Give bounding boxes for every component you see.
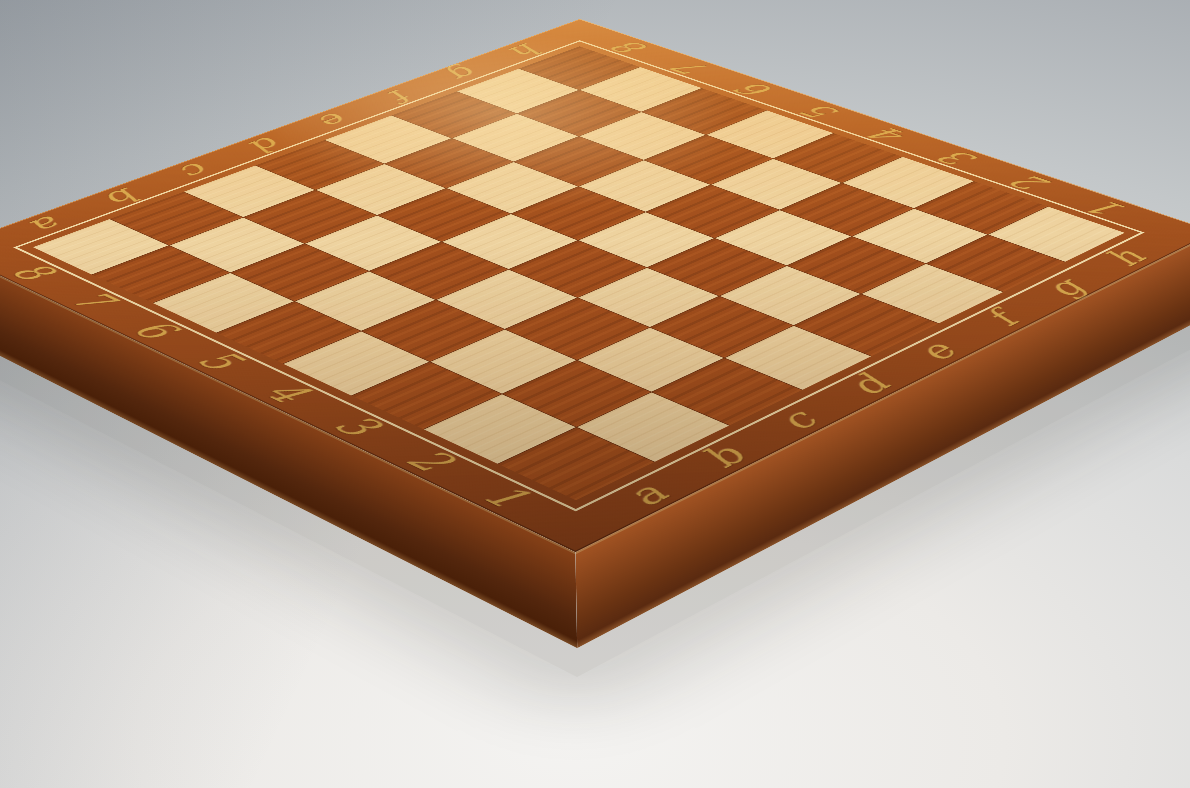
- square-b4: [361, 300, 504, 362]
- square-b2: [502, 360, 651, 427]
- square-f1: [862, 264, 1003, 323]
- square-c3: [506, 298, 649, 360]
- square-c4: [436, 270, 576, 329]
- square-a7: [92, 246, 229, 303]
- studio-backdrop: 87654321 87654321 hgfedcba hgfedcba: [0, 0, 1190, 788]
- square-g1: [927, 235, 1065, 292]
- square-a4: [283, 331, 429, 395]
- square-b6: [231, 244, 369, 301]
- square-a6: [153, 273, 293, 332]
- square-e2: [720, 266, 861, 325]
- square-a2: [424, 394, 576, 464]
- square-e1: [795, 294, 938, 356]
- square-e3: [648, 238, 786, 295]
- square-a5: [217, 302, 360, 364]
- square-a3: [352, 362, 501, 429]
- square-c1: [653, 358, 802, 425]
- square-a1: [499, 428, 654, 500]
- square-d3: [578, 268, 718, 327]
- square-b5: [295, 271, 435, 330]
- square-b3: [430, 330, 576, 394]
- square-f2: [787, 237, 925, 294]
- square-d4: [509, 240, 647, 297]
- square-d1: [725, 326, 871, 390]
- square-d2: [650, 296, 793, 358]
- square-b1: [577, 392, 729, 461]
- square-c2: [578, 328, 724, 392]
- square-c5: [370, 242, 508, 299]
